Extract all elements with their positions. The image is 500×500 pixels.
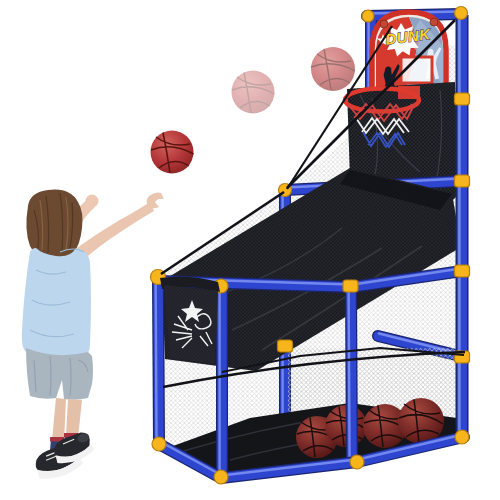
child-hair (26, 190, 82, 259)
connector-top-right-elbow (455, 7, 468, 20)
connector-band (455, 265, 470, 277)
connector-bottom-left-ball (152, 437, 166, 451)
flying-ball-mid (232, 71, 275, 114)
product-photo-scene: DUNK (0, 0, 500, 500)
connector-band (455, 175, 470, 187)
connector-bottom-right-corner (455, 430, 469, 444)
mini-basketball-icon-left (380, 20, 388, 28)
flying-ball-near-hoop (311, 47, 355, 91)
scene-canvas: DUNK (0, 0, 500, 500)
child-bent-hand (86, 195, 99, 208)
connector-band (278, 340, 293, 352)
connector-band (343, 280, 358, 292)
connector-band (455, 93, 470, 105)
child-tshirt (22, 248, 91, 358)
mini-basketball-icon-right (430, 18, 438, 26)
connector-front-corner (214, 470, 228, 484)
tray-ball-4 (398, 398, 444, 444)
connector-front-right-corner (350, 455, 364, 469)
connector-top-left-elbow (362, 10, 374, 22)
flying-ball-solid (151, 131, 194, 174)
